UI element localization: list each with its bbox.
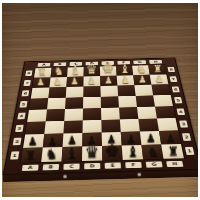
black-queen-piece: ♛: [85, 144, 100, 160]
rank-label: 4: [17, 113, 25, 120]
white-bishop-piece: ♝: [119, 63, 130, 75]
square-b6: [48, 87, 66, 98]
square-e7: ♟: [100, 76, 117, 86]
black-pawn-piece: ♟: [48, 135, 58, 146]
rank-label: 2: [182, 133, 191, 141]
white-knight-piece: ♞: [54, 66, 64, 77]
square-f1: ♝: [122, 145, 143, 160]
white-queen-piece: ♛: [86, 63, 98, 76]
square-d1: ♛: [82, 146, 102, 161]
file-label: B: [43, 164, 60, 170]
rank-label: 8: [25, 70, 32, 75]
black-bishop-piece: ♝: [126, 144, 140, 159]
square-d6: [83, 86, 100, 97]
square-f5: [118, 96, 137, 108]
file-label: D: [84, 163, 100, 169]
square-b7: ♟: [49, 77, 67, 88]
square-g4: [137, 107, 157, 119]
rank-label: 6: [172, 86, 180, 92]
square-a4: [27, 109, 47, 121]
white-rook-piece: ♜: [38, 67, 47, 77]
square-d4: [83, 108, 102, 120]
square-c3: [63, 120, 82, 133]
square-e4: [101, 108, 120, 120]
black-rook-piece: ♜: [168, 145, 179, 158]
square-f3: [120, 119, 140, 132]
black-pawn-piece: ♟: [166, 132, 176, 143]
square-e3: [101, 119, 120, 132]
black-bishop-piece: ♝: [65, 146, 79, 161]
file-label: A: [22, 165, 39, 171]
rank-label: 3: [179, 120, 188, 127]
square-h6: [151, 84, 170, 95]
square-b3: [44, 121, 64, 134]
rank-label: 5: [19, 101, 27, 107]
square-f4: [119, 107, 138, 119]
black-pawn-piece: ♟: [146, 133, 156, 144]
square-g5: [136, 95, 155, 107]
rank-label: 1: [185, 147, 195, 155]
black-king-piece: ♚: [104, 142, 120, 159]
rank-label: 3: [15, 125, 24, 132]
square-h5: [153, 95, 173, 107]
rank-label: 7: [23, 80, 30, 86]
square-b4: [46, 109, 65, 121]
file-label: H: [166, 161, 183, 167]
square-e1: ♚: [102, 146, 123, 161]
square-g6: [134, 85, 153, 96]
white-bishop-piece: ♝: [70, 64, 81, 76]
square-h2: ♟: [159, 131, 181, 145]
rank-label: 7: [170, 76, 178, 82]
square-c7: ♟: [66, 77, 83, 87]
square-a1: ♜: [21, 148, 43, 163]
white-pawn-piece: ♟: [70, 77, 79, 87]
white-pawn-piece: ♟: [54, 77, 63, 87]
file-label: G: [146, 161, 163, 167]
square-h4: [155, 106, 175, 118]
file-label: E: [105, 162, 121, 168]
square-a3: [25, 121, 46, 134]
white-king-piece: ♚: [102, 61, 115, 75]
white-pawn-piece: ♟: [87, 76, 96, 86]
rank-label: 1: [10, 151, 19, 159]
square-h3: [157, 118, 178, 131]
square-h1: ♜: [161, 144, 184, 159]
rank-label: 8: [167, 67, 175, 72]
chess-board: ABCDEFGH ABCDEFGH 87654321 87654321 ♜♞♝♛…: [3, 58, 198, 175]
black-knight-piece: ♞: [45, 147, 58, 161]
square-f6: [117, 85, 135, 96]
square-a2: ♟: [23, 134, 44, 148]
square-a6: [31, 87, 50, 98]
square-c4: [64, 108, 83, 120]
square-d3: [83, 120, 102, 133]
square-a5: [29, 98, 48, 110]
white-pawn-piece: ♟: [155, 74, 164, 84]
square-c6: [66, 87, 84, 98]
square-a7: ♟: [32, 77, 50, 88]
square-g1: ♞: [141, 144, 163, 159]
rank-label: 5: [174, 97, 182, 103]
black-pawn-piece: ♟: [28, 136, 38, 147]
square-f7: ♟: [117, 75, 135, 85]
hinge-icon: [63, 175, 67, 179]
board-squares: ♜♞♝♛♚♝♞♜♟♟♟♟♟♟♟♟♟♟♟♟♟♟♟♟♜♞♝♛♚♝♞♜: [21, 65, 184, 163]
square-e6: [100, 86, 118, 97]
square-c5: [65, 97, 83, 109]
file-label: C: [63, 164, 79, 170]
rank-label: 4: [177, 108, 186, 115]
white-pawn-piece: ♟: [121, 75, 130, 85]
square-b1: ♞: [41, 147, 62, 162]
hinge-icon: [138, 173, 142, 177]
square-h7: ♟: [150, 74, 169, 84]
square-e5: [101, 96, 119, 108]
square-c1: ♝: [62, 147, 83, 162]
chess-set-photo[interactable]: ABCDEFGH ABCDEFGH 87654321 87654321 ♜♞♝♛…: [2, 3, 198, 197]
white-pawn-piece: ♟: [37, 78, 46, 88]
rank-label: 6: [22, 90, 30, 96]
white-pawn-piece: ♟: [104, 76, 113, 86]
square-g7: ♟: [133, 75, 151, 85]
square-d5: [83, 97, 101, 109]
square-d7: ♟: [83, 76, 100, 86]
square-g3: [138, 118, 159, 131]
white-pawn-piece: ♟: [138, 75, 147, 85]
white-knight-piece: ♞: [136, 63, 146, 74]
file-label: F: [125, 162, 142, 168]
rank-label: 2: [13, 138, 22, 146]
square-b5: [47, 98, 66, 110]
black-rook-piece: ♜: [25, 149, 36, 162]
black-knight-piece: ♞: [147, 145, 160, 159]
